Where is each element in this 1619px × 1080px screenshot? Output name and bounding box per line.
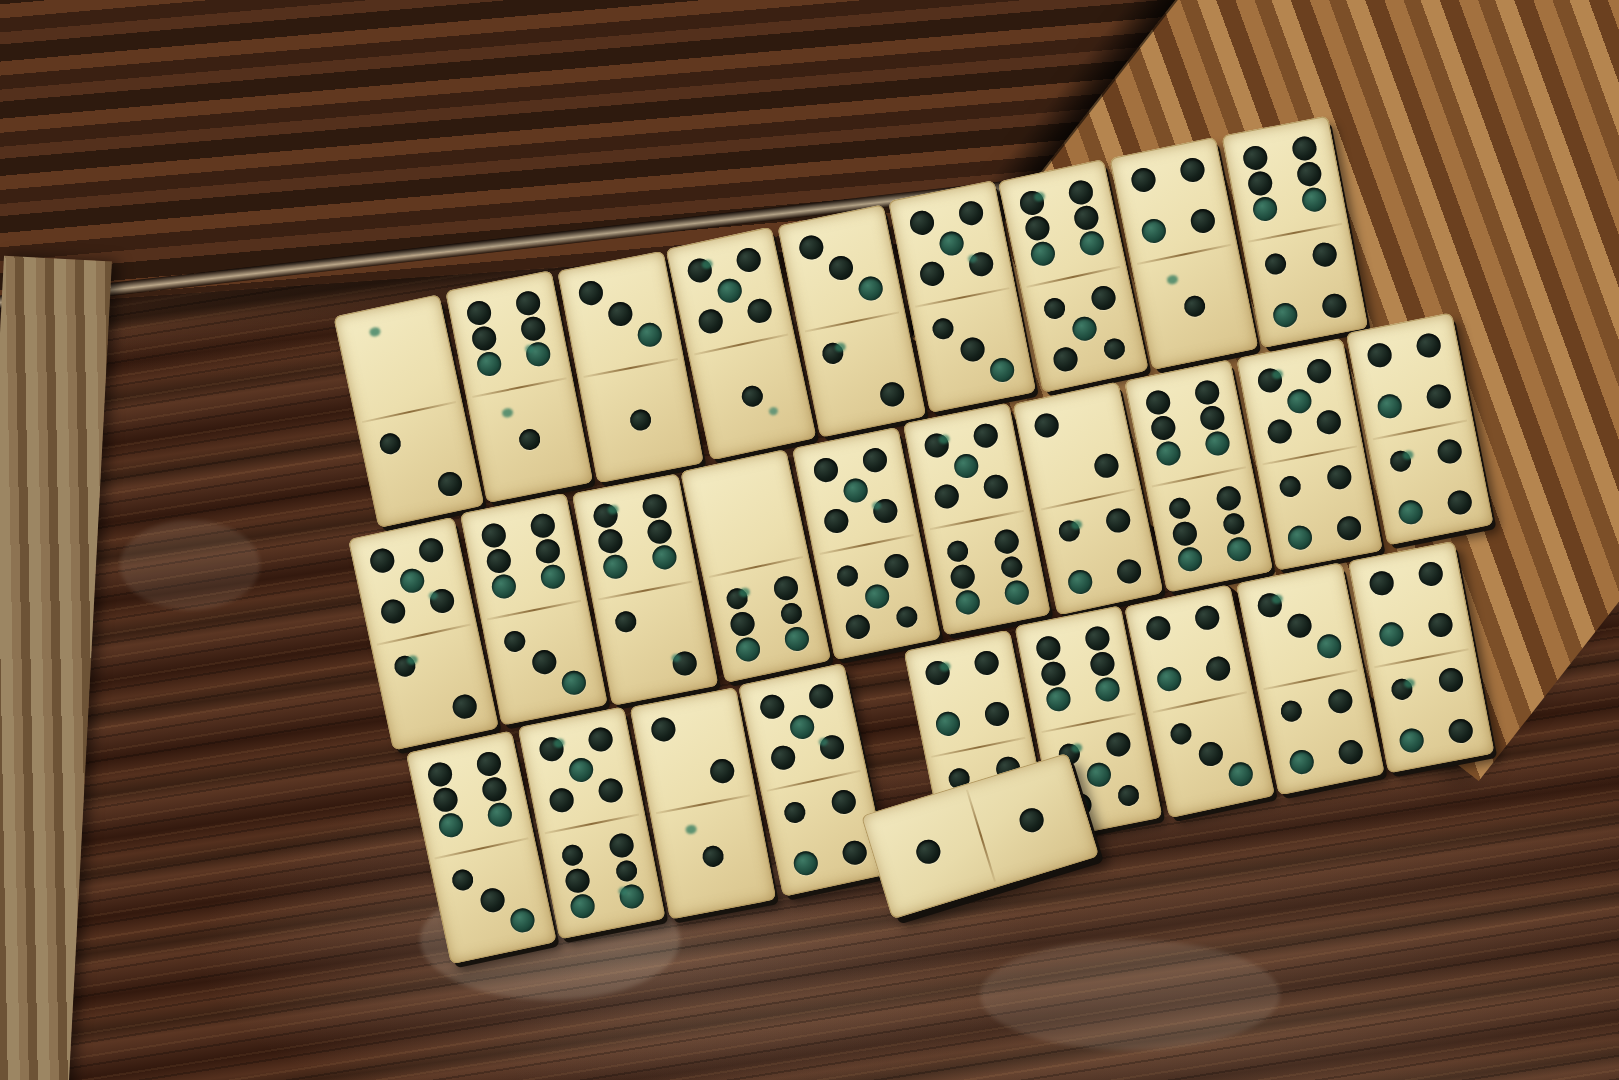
pip — [529, 512, 557, 540]
pip — [1140, 217, 1168, 245]
pip — [569, 892, 597, 920]
pip — [1088, 650, 1116, 678]
pip — [1178, 156, 1206, 184]
pip — [957, 199, 985, 227]
pip — [617, 882, 645, 910]
pip — [1437, 666, 1465, 694]
pip — [1198, 404, 1226, 432]
pip — [1398, 726, 1426, 754]
pip — [1285, 387, 1313, 415]
domino-half-3 — [777, 204, 904, 331]
domino-half-6 — [460, 493, 587, 620]
pip — [856, 274, 884, 302]
pip — [475, 750, 503, 778]
pip — [1288, 748, 1316, 776]
wood-scuff — [980, 940, 1280, 1050]
pip — [465, 299, 493, 327]
pip — [670, 649, 698, 677]
pip — [1018, 189, 1046, 217]
pip — [1102, 336, 1127, 361]
pip — [1226, 760, 1254, 788]
pip — [1204, 654, 1232, 682]
pip — [1225, 535, 1253, 563]
pip — [1033, 411, 1061, 439]
pip — [641, 492, 669, 520]
pip — [1085, 761, 1113, 789]
pip — [818, 733, 846, 761]
pip — [1300, 186, 1328, 214]
pip — [368, 546, 396, 574]
pip — [686, 256, 714, 284]
pip — [835, 564, 860, 589]
domino-half-3 — [1147, 690, 1275, 818]
pip — [983, 700, 1011, 728]
pip — [788, 713, 816, 741]
pip — [821, 341, 846, 366]
pip — [379, 597, 407, 625]
pip — [1045, 685, 1073, 713]
pip — [827, 254, 855, 282]
pip — [1414, 332, 1442, 360]
domino-half-5 — [1020, 265, 1148, 393]
pip — [1305, 357, 1333, 385]
pip — [725, 586, 750, 611]
domino-half-4 — [1368, 647, 1494, 773]
pip — [701, 844, 726, 869]
pip — [1397, 498, 1425, 526]
pip — [503, 629, 528, 654]
pip — [1279, 699, 1304, 724]
pip — [1435, 438, 1463, 466]
pip — [524, 340, 552, 368]
pip — [1083, 625, 1111, 653]
pip — [708, 757, 736, 785]
pip — [606, 300, 634, 328]
pip — [478, 886, 506, 914]
pip — [517, 427, 542, 452]
pip — [1285, 612, 1313, 640]
pip — [959, 335, 987, 363]
pip — [508, 906, 536, 934]
pip — [1155, 665, 1183, 693]
pip — [1130, 166, 1158, 194]
domino-half-1 — [1131, 243, 1258, 370]
domino-half-6 — [1015, 605, 1142, 732]
pip — [783, 800, 808, 825]
pip — [734, 635, 762, 663]
domino-half-5 — [792, 427, 919, 554]
pip — [797, 233, 825, 261]
pip — [1320, 292, 1348, 320]
pip — [437, 811, 465, 839]
pip — [538, 735, 566, 763]
pip — [946, 539, 971, 564]
domino-half-5 — [903, 403, 1030, 530]
pip — [792, 849, 820, 877]
pip — [1366, 341, 1394, 369]
pip — [1193, 604, 1221, 632]
pip — [1155, 439, 1183, 467]
domino-half-1 — [688, 332, 816, 460]
pip — [592, 502, 620, 530]
wood-scuff — [120, 520, 260, 610]
pip — [1221, 512, 1246, 537]
pip — [1169, 721, 1194, 746]
pip — [934, 710, 962, 738]
pip — [614, 610, 639, 635]
pip — [1424, 382, 1452, 410]
pip — [614, 859, 639, 884]
pip — [894, 604, 919, 629]
domino-half-2 — [371, 622, 499, 750]
pip — [1251, 195, 1279, 223]
pip — [949, 563, 977, 591]
pip — [923, 431, 951, 459]
pip — [972, 649, 1000, 677]
domino-half-6 — [539, 812, 666, 939]
domino-half-6 — [1146, 465, 1273, 592]
domino-half-2 — [592, 579, 718, 705]
pip — [758, 693, 786, 721]
pip — [697, 307, 725, 335]
pip — [1376, 392, 1404, 420]
pip — [1182, 294, 1207, 319]
pip — [740, 384, 765, 409]
pip — [607, 832, 635, 860]
pip — [1093, 675, 1121, 703]
pip — [1256, 591, 1284, 619]
pip — [548, 786, 576, 814]
pip — [1067, 178, 1095, 206]
domino-half-4 — [904, 630, 1031, 757]
pip — [1246, 169, 1274, 197]
domino-half-2 — [630, 687, 756, 813]
pip — [734, 246, 762, 274]
pip — [393, 654, 418, 679]
pip — [1144, 388, 1172, 416]
pip — [871, 497, 899, 525]
pip — [967, 250, 995, 278]
domino-half-6 — [703, 555, 831, 683]
pip — [728, 610, 756, 638]
pip — [842, 476, 870, 504]
pip — [1051, 345, 1079, 373]
pip — [882, 552, 910, 580]
pip — [530, 648, 558, 676]
pip — [782, 625, 810, 653]
pip — [918, 260, 946, 288]
pip — [822, 507, 850, 535]
pip — [539, 563, 567, 591]
pip — [1104, 730, 1132, 758]
pip — [745, 297, 773, 325]
pip — [1241, 144, 1269, 172]
pip — [1390, 677, 1415, 702]
pip — [908, 209, 936, 237]
pip — [577, 279, 605, 307]
domino-half-4 — [1110, 137, 1237, 264]
domino-half-6 — [572, 473, 698, 599]
pip — [636, 321, 664, 349]
pip — [772, 574, 800, 602]
pip — [560, 843, 585, 868]
pip — [514, 289, 542, 317]
pip — [1039, 660, 1067, 688]
pip — [1003, 578, 1031, 606]
pip — [1189, 207, 1217, 235]
pip — [954, 588, 982, 616]
pip — [426, 760, 454, 788]
pip — [1325, 463, 1353, 491]
pip — [1271, 301, 1299, 329]
pip — [650, 715, 678, 743]
domino-half-4 — [1035, 487, 1163, 615]
pip — [924, 659, 952, 687]
pip — [519, 315, 547, 343]
pip — [480, 521, 508, 549]
domino-half-4 — [1346, 312, 1473, 439]
pip — [417, 536, 445, 564]
domino-half-4 — [1367, 418, 1494, 545]
pip — [567, 756, 595, 784]
pip — [1286, 523, 1314, 551]
pip — [1335, 514, 1363, 542]
pip — [1290, 135, 1318, 163]
domino-half-3 — [428, 836, 556, 964]
domino-half-3 — [481, 599, 608, 726]
pip — [861, 446, 889, 474]
pip — [807, 682, 835, 710]
pip — [769, 743, 797, 771]
domino-half-2 — [356, 400, 484, 528]
pip — [428, 587, 456, 615]
pip — [1089, 284, 1117, 312]
pip — [398, 567, 426, 595]
pip — [988, 356, 1016, 384]
pip — [878, 380, 906, 408]
pip — [1116, 783, 1141, 808]
pip — [1378, 620, 1406, 648]
pip — [485, 547, 513, 575]
domino-half-4 — [1348, 541, 1474, 667]
domino-half-3 — [909, 286, 1036, 413]
domino-half-5 — [518, 706, 645, 833]
pip — [601, 553, 629, 581]
pip — [1104, 506, 1132, 534]
pip — [844, 613, 872, 641]
domino-half-6 — [1222, 116, 1348, 242]
pip — [1278, 474, 1303, 499]
pip — [1034, 634, 1062, 662]
pip — [1315, 632, 1343, 660]
pip — [450, 692, 478, 720]
pip — [470, 324, 498, 352]
pip — [829, 788, 857, 816]
pip — [450, 868, 475, 893]
pip — [650, 543, 678, 571]
pip — [1326, 687, 1354, 715]
pip — [952, 452, 980, 480]
pip — [1263, 252, 1288, 277]
pip — [596, 776, 624, 804]
pip — [1445, 488, 1473, 516]
pip — [485, 800, 513, 828]
domino-half-6 — [445, 270, 572, 397]
pip — [1077, 229, 1105, 257]
pip — [1144, 614, 1172, 642]
domino-half-5 — [1236, 338, 1362, 464]
pip — [560, 669, 588, 697]
pip — [1368, 569, 1396, 597]
pip — [378, 431, 403, 456]
pip — [992, 528, 1020, 556]
pip — [645, 518, 673, 546]
pip — [1203, 429, 1231, 457]
pip — [1315, 408, 1343, 436]
domino-half-5 — [814, 533, 941, 660]
pip — [863, 582, 891, 610]
pip — [1092, 452, 1120, 480]
pip — [431, 786, 459, 814]
pip — [779, 601, 804, 626]
pip — [972, 422, 1000, 450]
pip — [1042, 296, 1067, 321]
pip — [913, 837, 943, 867]
pip — [1295, 160, 1323, 188]
pip — [982, 473, 1010, 501]
pip — [1029, 239, 1057, 267]
domino-half-1 — [650, 793, 776, 919]
domino-half-1 — [577, 357, 703, 483]
pip — [1017, 805, 1047, 835]
pip — [436, 470, 464, 498]
pip — [812, 456, 840, 484]
domino-half-4 — [1257, 444, 1383, 570]
pip — [1072, 204, 1100, 232]
wooden-box-scene — [0, 0, 1619, 1080]
pip — [1057, 519, 1082, 544]
pip — [1426, 611, 1454, 639]
pip — [1447, 717, 1475, 745]
pip — [586, 726, 614, 754]
pip — [1417, 560, 1445, 588]
pip — [999, 555, 1024, 580]
pip — [534, 537, 562, 565]
domino-half-5 — [888, 180, 1015, 307]
pip — [1066, 568, 1094, 596]
pip — [1266, 417, 1294, 445]
pip — [480, 775, 508, 803]
pip — [628, 408, 653, 433]
pip — [475, 350, 503, 378]
pip — [938, 229, 966, 257]
pip — [1310, 241, 1338, 269]
domino-half-4 — [1242, 222, 1368, 348]
pip — [933, 482, 961, 510]
pip — [1171, 520, 1199, 548]
pip — [1214, 484, 1242, 512]
pip — [1115, 557, 1143, 585]
pip — [1256, 366, 1284, 394]
pip — [1023, 214, 1051, 242]
pip — [564, 867, 592, 895]
pip — [1336, 738, 1364, 766]
pip — [1197, 740, 1225, 768]
pip — [715, 276, 743, 304]
domino-half-3 — [557, 251, 683, 377]
pip — [1167, 496, 1192, 521]
pip — [1176, 545, 1204, 573]
pip — [1149, 414, 1177, 442]
domino-half-1 — [466, 376, 593, 503]
pip — [840, 838, 868, 866]
pip — [1388, 449, 1413, 474]
pip — [1070, 314, 1098, 342]
domino-half-4 — [1257, 668, 1384, 795]
domino-half-3 — [1236, 562, 1363, 689]
pip — [490, 572, 518, 600]
domino-half-6 — [924, 509, 1051, 636]
pip — [597, 527, 625, 555]
pip — [1193, 379, 1221, 407]
domino-half-6 — [1124, 359, 1251, 486]
domino-half-2 — [799, 310, 926, 437]
pip — [931, 317, 956, 342]
